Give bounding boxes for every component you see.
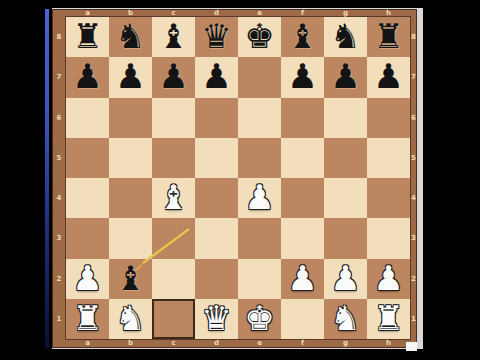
- black-pawn-f7[interactable]: ♟: [287, 59, 317, 93]
- square-c8[interactable]: ♝: [152, 17, 195, 57]
- square-e4[interactable]: ♟: [238, 178, 281, 218]
- square-f7[interactable]: ♟: [281, 57, 324, 97]
- square-b2[interactable]: ♝: [109, 259, 152, 299]
- square-b4[interactable]: [109, 178, 152, 218]
- square-a6[interactable]: [66, 98, 109, 138]
- square-c1[interactable]: [152, 299, 195, 339]
- coord-file-bottom-h: h: [367, 339, 410, 347]
- coord-file-top-f: f: [281, 9, 324, 17]
- coord-rank-left-1: 1: [52, 299, 66, 339]
- coord-rank-right-8: 8: [410, 17, 417, 57]
- square-h2[interactable]: ♟: [367, 259, 410, 299]
- square-d5[interactable]: [195, 138, 238, 178]
- white-pawn-h2[interactable]: ♟: [373, 261, 403, 295]
- coord-rank-left-3: 3: [52, 218, 66, 258]
- square-d2[interactable]: [195, 259, 238, 299]
- black-bishop-b2[interactable]: ♝: [115, 261, 145, 295]
- square-e2[interactable]: [238, 259, 281, 299]
- square-f1[interactable]: [281, 299, 324, 339]
- square-b7[interactable]: ♟: [109, 57, 152, 97]
- black-pawn-b7[interactable]: ♟: [115, 59, 145, 93]
- white-pawn-a2[interactable]: ♟: [72, 261, 102, 295]
- square-e7[interactable]: [238, 57, 281, 97]
- black-pawn-c7[interactable]: ♟: [158, 59, 188, 93]
- square-d4[interactable]: [195, 178, 238, 218]
- square-d6[interactable]: [195, 98, 238, 138]
- square-e3[interactable]: [238, 218, 281, 258]
- white-pawn-g2[interactable]: ♟: [330, 261, 360, 295]
- coord-file-top-b: b: [109, 9, 152, 17]
- black-bishop-f8[interactable]: ♝: [287, 19, 317, 53]
- black-pawn-a7[interactable]: ♟: [72, 59, 102, 93]
- square-c5[interactable]: [152, 138, 195, 178]
- square-c6[interactable]: [152, 98, 195, 138]
- square-f2[interactable]: ♟: [281, 259, 324, 299]
- square-a4[interactable]: [66, 178, 109, 218]
- window-left-edge-line: [45, 9, 49, 348]
- coord-file-top-h: h: [367, 9, 410, 17]
- coord-file-top-d: d: [195, 9, 238, 17]
- square-d8[interactable]: ♛: [195, 17, 238, 57]
- coord-file-top-g: g: [324, 9, 367, 17]
- black-knight-g8[interactable]: ♞: [330, 19, 360, 53]
- coord-file-bottom-f: f: [281, 339, 324, 347]
- square-e8[interactable]: ♚: [238, 17, 281, 57]
- square-a7[interactable]: ♟: [66, 57, 109, 97]
- square-h5[interactable]: [367, 138, 410, 178]
- square-g4[interactable]: [324, 178, 367, 218]
- square-d3[interactable]: [195, 218, 238, 258]
- square-g3[interactable]: [324, 218, 367, 258]
- coord-file-bottom-d: d: [195, 339, 238, 347]
- square-a8[interactable]: ♜: [66, 17, 109, 57]
- black-king-e8[interactable]: ♚: [244, 19, 274, 53]
- coord-rank-right-6: 6: [410, 98, 417, 138]
- coord-file-top-c: c: [152, 9, 195, 17]
- white-pawn-f2[interactable]: ♟: [287, 261, 317, 295]
- coord-file-bottom-e: e: [238, 339, 281, 347]
- square-a3[interactable]: [66, 218, 109, 258]
- black-queen-d8[interactable]: ♛: [201, 19, 231, 53]
- black-pawn-h7[interactable]: ♟: [373, 59, 403, 93]
- square-h8[interactable]: ♜: [367, 17, 410, 57]
- square-f6[interactable]: [281, 98, 324, 138]
- square-g7[interactable]: ♟: [324, 57, 367, 97]
- white-queen-d1[interactable]: ♛: [201, 301, 231, 335]
- square-f3[interactable]: [281, 218, 324, 258]
- board-frame: ♜♞♝♛♚♝♞♜♟♟♟♟♟♟♟♝♟♟♝♟♟♟♜♞♛♚♞♜ aabbccddeef…: [52, 9, 417, 348]
- coord-rank-right-7: 7: [410, 57, 417, 97]
- white-pawn-e4[interactable]: ♟: [244, 180, 274, 214]
- square-e6[interactable]: [238, 98, 281, 138]
- coord-file-bottom-g: g: [324, 339, 367, 347]
- square-b5[interactable]: [109, 138, 152, 178]
- square-g6[interactable]: [324, 98, 367, 138]
- square-h6[interactable]: [367, 98, 410, 138]
- coord-rank-left-7: 7: [52, 57, 66, 97]
- square-h4[interactable]: [367, 178, 410, 218]
- board-squares: ♜♞♝♛♚♝♞♜♟♟♟♟♟♟♟♝♟♟♝♟♟♟♜♞♛♚♞♜: [66, 17, 410, 339]
- coord-rank-right-2: 2: [410, 259, 417, 299]
- square-a2[interactable]: ♟: [66, 259, 109, 299]
- square-f5[interactable]: [281, 138, 324, 178]
- square-e1[interactable]: ♚: [238, 299, 281, 339]
- square-c3[interactable]: [152, 218, 195, 258]
- window-corner-chip: [406, 342, 417, 351]
- square-c2[interactable]: [152, 259, 195, 299]
- square-h1[interactable]: ♜: [367, 299, 410, 339]
- square-b6[interactable]: [109, 98, 152, 138]
- square-g1[interactable]: ♞: [324, 299, 367, 339]
- black-bishop-c8[interactable]: ♝: [158, 19, 188, 53]
- square-f8[interactable]: ♝: [281, 17, 324, 57]
- coord-file-bottom-b: b: [109, 339, 152, 347]
- white-rook-a1[interactable]: ♜: [72, 301, 102, 335]
- coord-file-bottom-c: c: [152, 339, 195, 347]
- black-rook-a8[interactable]: ♜: [72, 19, 102, 53]
- white-knight-b1[interactable]: ♞: [115, 301, 145, 335]
- square-a5[interactable]: [66, 138, 109, 178]
- square-f4[interactable]: [281, 178, 324, 218]
- square-g8[interactable]: ♞: [324, 17, 367, 57]
- square-h7[interactable]: ♟: [367, 57, 410, 97]
- black-pawn-g7[interactable]: ♟: [330, 59, 360, 93]
- square-b8[interactable]: ♞: [109, 17, 152, 57]
- white-bishop-c4[interactable]: ♝: [158, 180, 188, 214]
- black-pawn-d7[interactable]: ♟: [201, 59, 231, 93]
- coord-rank-left-2: 2: [52, 259, 66, 299]
- coord-rank-right-4: 4: [410, 178, 417, 218]
- square-h3[interactable]: [367, 218, 410, 258]
- square-e5[interactable]: [238, 138, 281, 178]
- square-a1[interactable]: ♜: [66, 299, 109, 339]
- square-b3[interactable]: [109, 218, 152, 258]
- coord-file-top-a: a: [66, 9, 109, 17]
- white-knight-g1[interactable]: ♞: [330, 301, 360, 335]
- square-b1[interactable]: ♞: [109, 299, 152, 339]
- coord-rank-right-5: 5: [410, 138, 417, 178]
- black-knight-b8[interactable]: ♞: [115, 19, 145, 53]
- coord-file-bottom-a: a: [66, 339, 109, 347]
- coord-rank-right-3: 3: [410, 218, 417, 258]
- coord-rank-right-1: 1: [410, 299, 417, 339]
- square-g5[interactable]: [324, 138, 367, 178]
- video-frame: ♜♞♝♛♚♝♞♜♟♟♟♟♟♟♟♝♟♟♝♟♟♟♜♞♛♚♞♜ aabbccddeef…: [0, 0, 480, 360]
- square-c4[interactable]: ♝: [152, 178, 195, 218]
- white-rook-h1[interactable]: ♜: [373, 301, 403, 335]
- white-king-e1[interactable]: ♚: [244, 301, 274, 335]
- coord-rank-left-4: 4: [52, 178, 66, 218]
- square-g2[interactable]: ♟: [324, 259, 367, 299]
- black-rook-h8[interactable]: ♜: [373, 19, 403, 53]
- square-d1[interactable]: ♛: [195, 299, 238, 339]
- coord-rank-left-5: 5: [52, 138, 66, 178]
- square-d7[interactable]: ♟: [195, 57, 238, 97]
- square-c7[interactable]: ♟: [152, 57, 195, 97]
- coord-rank-left-6: 6: [52, 98, 66, 138]
- coord-rank-left-8: 8: [52, 17, 66, 57]
- coord-file-top-e: e: [238, 9, 281, 17]
